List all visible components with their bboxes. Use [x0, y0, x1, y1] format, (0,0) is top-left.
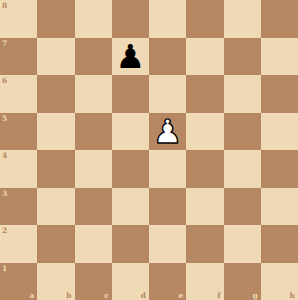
square-h6[interactable] [261, 75, 298, 113]
file-label-d: d [141, 292, 146, 300]
square-h8[interactable] [261, 0, 298, 38]
square-h7[interactable] [261, 38, 298, 76]
square-f4[interactable] [186, 150, 223, 188]
file-label-b: b [66, 292, 71, 300]
square-d2[interactable] [112, 225, 149, 263]
file-label-f: f [217, 292, 220, 300]
square-f5[interactable] [186, 113, 223, 151]
square-g3[interactable] [224, 188, 261, 226]
square-c7[interactable] [75, 38, 112, 76]
file-label-g: g [253, 292, 258, 300]
square-g1[interactable]: g [224, 263, 261, 300]
square-b4[interactable] [37, 150, 74, 188]
square-g2[interactable] [224, 225, 261, 263]
square-e1[interactable]: e [149, 263, 186, 300]
square-b3[interactable] [37, 188, 74, 226]
square-a5[interactable]: 5 [0, 113, 37, 151]
square-e2[interactable] [149, 225, 186, 263]
piece-white-pawn-e5[interactable]: ♟ [149, 113, 186, 151]
square-c5[interactable] [75, 113, 112, 151]
square-e8[interactable] [149, 0, 186, 38]
square-b1[interactable]: b [37, 263, 74, 300]
square-f8[interactable] [186, 0, 223, 38]
square-g8[interactable] [224, 0, 261, 38]
square-c1[interactable]: c [75, 263, 112, 300]
square-a3[interactable]: 3 [0, 188, 37, 226]
square-f2[interactable] [186, 225, 223, 263]
square-c2[interactable] [75, 225, 112, 263]
square-b2[interactable] [37, 225, 74, 263]
rank-label-7: 7 [2, 40, 7, 48]
square-d8[interactable] [112, 0, 149, 38]
square-a4[interactable]: 4 [0, 150, 37, 188]
square-e6[interactable] [149, 75, 186, 113]
square-b7[interactable] [37, 38, 74, 76]
square-d4[interactable] [112, 150, 149, 188]
square-b6[interactable] [37, 75, 74, 113]
square-a2[interactable]: 2 [0, 225, 37, 263]
square-e3[interactable] [149, 188, 186, 226]
square-d5[interactable] [112, 113, 149, 151]
rank-label-4: 4 [2, 152, 7, 160]
square-c8[interactable] [75, 0, 112, 38]
square-h1[interactable]: h [261, 263, 298, 300]
square-a7[interactable]: 7 [0, 38, 37, 76]
square-c4[interactable] [75, 150, 112, 188]
square-a8[interactable]: 8 [0, 0, 37, 38]
square-f6[interactable] [186, 75, 223, 113]
square-c3[interactable] [75, 188, 112, 226]
square-e7[interactable] [149, 38, 186, 76]
square-d1[interactable]: d [112, 263, 149, 300]
file-label-e: e [178, 292, 183, 300]
square-d6[interactable] [112, 75, 149, 113]
rank-label-3: 3 [2, 190, 7, 198]
square-g5[interactable] [224, 113, 261, 151]
square-h3[interactable] [261, 188, 298, 226]
square-h4[interactable] [261, 150, 298, 188]
rank-label-2: 2 [2, 227, 7, 235]
square-d7[interactable]: ♟ [112, 38, 149, 76]
rank-label-6: 6 [2, 77, 7, 85]
rank-label-5: 5 [2, 115, 7, 123]
square-g6[interactable] [224, 75, 261, 113]
rank-label-8: 8 [2, 2, 7, 10]
file-label-h: h [290, 292, 295, 300]
square-g7[interactable] [224, 38, 261, 76]
square-e5[interactable]: ♟ [149, 113, 186, 151]
square-f1[interactable]: f [186, 263, 223, 300]
chess-board: 87♟65♟4321abcdefgh [0, 0, 298, 300]
square-b8[interactable] [37, 0, 74, 38]
square-c6[interactable] [75, 75, 112, 113]
file-label-a: a [29, 292, 34, 300]
file-label-c: c [104, 292, 109, 300]
square-d3[interactable] [112, 188, 149, 226]
square-a6[interactable]: 6 [0, 75, 37, 113]
square-a1[interactable]: 1a [0, 263, 37, 300]
square-b5[interactable] [37, 113, 74, 151]
square-h5[interactable] [261, 113, 298, 151]
square-f3[interactable] [186, 188, 223, 226]
piece-black-pawn-d7[interactable]: ♟ [112, 38, 149, 76]
rank-label-1: 1 [2, 265, 7, 273]
square-f7[interactable] [186, 38, 223, 76]
square-h2[interactable] [261, 225, 298, 263]
square-g4[interactable] [224, 150, 261, 188]
square-e4[interactable] [149, 150, 186, 188]
